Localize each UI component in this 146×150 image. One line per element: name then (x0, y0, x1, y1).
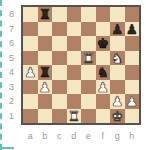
square-g5[interactable]: ♞ (110, 51, 125, 66)
square-f3[interactable]: ♟ (96, 80, 111, 95)
board-frame: ♜♟♟♚♜♞♟♜♞♟♟♟♟♜♚ (21, 5, 141, 125)
square-e6[interactable] (81, 36, 96, 51)
square-g3[interactable] (110, 80, 125, 95)
file-label-c: c (52, 129, 67, 142)
square-c6[interactable] (52, 36, 67, 51)
square-b1[interactable] (38, 109, 53, 124)
square-c3[interactable] (52, 80, 67, 95)
square-g7[interactable]: ♟ (110, 22, 125, 37)
square-a6[interactable] (23, 36, 38, 51)
square-c1[interactable] (52, 109, 67, 124)
square-h6[interactable] (125, 36, 140, 51)
square-h3[interactable] (125, 80, 140, 95)
square-a7[interactable] (23, 22, 38, 37)
square-f7[interactable] (96, 22, 111, 37)
square-b4[interactable]: ♜ (38, 65, 53, 80)
square-a1[interactable] (23, 109, 38, 124)
white-pawn-b3[interactable]: ♟ (39, 80, 51, 95)
square-f6[interactable]: ♚ (96, 36, 111, 51)
rank-label-3: 3 (5, 80, 18, 95)
square-g1[interactable]: ♚ (110, 109, 125, 124)
square-c2[interactable] (52, 94, 67, 109)
square-d7[interactable] (67, 22, 82, 37)
square-c7[interactable] (52, 22, 67, 37)
square-d8[interactable] (67, 7, 82, 22)
rank-label-7: 7 (5, 22, 18, 37)
black-rook-b8[interactable]: ♜ (39, 7, 51, 22)
white-pawn-f3[interactable]: ♟ (97, 80, 109, 95)
square-b5[interactable] (38, 51, 53, 66)
square-h1[interactable] (125, 109, 140, 124)
square-e3[interactable] (81, 80, 96, 95)
square-d4[interactable] (67, 65, 82, 80)
square-h2[interactable]: ♟ (125, 94, 140, 109)
snippet-left-border (0, 0, 2, 150)
white-pawn-g2[interactable]: ♟ (111, 94, 123, 109)
square-b6[interactable] (38, 36, 53, 51)
white-pawn-a4[interactable]: ♟ (24, 65, 36, 80)
board: ♜♟♟♚♜♞♟♜♞♟♟♟♟♜♚ (23, 7, 139, 123)
square-h8[interactable] (125, 7, 140, 22)
square-f2[interactable] (96, 94, 111, 109)
black-rook-b4[interactable]: ♜ (39, 65, 51, 80)
square-e7[interactable] (81, 22, 96, 37)
file-label-e: e (81, 129, 96, 142)
rank-label-4: 4 (5, 65, 18, 80)
square-f5[interactable] (96, 51, 111, 66)
rank-label-6: 6 (5, 36, 18, 51)
white-rook-e5[interactable]: ♜ (82, 51, 94, 66)
file-label-d: d (67, 129, 82, 142)
square-g4[interactable] (110, 65, 125, 80)
file-label-g: g (110, 129, 125, 142)
square-a5[interactable] (23, 51, 38, 66)
chess-diagram-page: { "game": "chess", "position": { "fen_pi… (0, 0, 146, 150)
square-f4[interactable]: ♞ (96, 65, 111, 80)
square-h4[interactable] (125, 65, 140, 80)
square-h5[interactable] (125, 51, 140, 66)
square-c8[interactable] (52, 7, 67, 22)
rank-label-8: 8 (5, 7, 18, 22)
black-pawn-h7[interactable]: ♟ (126, 22, 138, 37)
black-pawn-g7[interactable]: ♟ (111, 22, 123, 37)
square-f8[interactable] (96, 7, 111, 22)
white-king-g1[interactable]: ♚ (111, 109, 123, 124)
black-knight-f4[interactable]: ♞ (97, 65, 109, 80)
square-a4[interactable]: ♟ (23, 65, 38, 80)
square-a2[interactable] (23, 94, 38, 109)
white-rook-d1[interactable]: ♜ (68, 109, 80, 124)
square-e4[interactable] (81, 65, 96, 80)
square-d6[interactable] (67, 36, 82, 51)
square-b2[interactable] (38, 94, 53, 109)
square-h7[interactable]: ♟ (125, 22, 140, 37)
square-b7[interactable] (38, 22, 53, 37)
square-d5[interactable] (67, 51, 82, 66)
file-label-b: b (38, 129, 53, 142)
white-pawn-h2[interactable]: ♟ (126, 94, 138, 109)
black-king-f6[interactable]: ♚ (97, 36, 109, 51)
file-labels: abcdefgh (23, 129, 139, 142)
rank-label-1: 1 (5, 109, 18, 124)
square-c5[interactable] (52, 51, 67, 66)
square-e5[interactable]: ♜ (81, 51, 96, 66)
square-e8[interactable] (81, 7, 96, 22)
file-label-a: a (23, 129, 38, 142)
file-label-f: f (96, 129, 111, 142)
white-knight-g5[interactable]: ♞ (111, 51, 123, 66)
square-a8[interactable] (23, 7, 38, 22)
square-f1[interactable] (96, 109, 111, 124)
square-g8[interactable] (110, 7, 125, 22)
square-d3[interactable] (67, 80, 82, 95)
square-b8[interactable]: ♜ (38, 7, 53, 22)
square-a3[interactable] (23, 80, 38, 95)
square-d1[interactable]: ♜ (67, 109, 82, 124)
square-e1[interactable] (81, 109, 96, 124)
square-b3[interactable]: ♟ (38, 80, 53, 95)
rank-labels: 87654321 (5, 7, 18, 123)
rank-label-2: 2 (5, 94, 18, 109)
snippet-bottom-border (2, 147, 14, 149)
file-label-h: h (125, 129, 140, 142)
square-c4[interactable] (52, 65, 67, 80)
rank-label-5: 5 (5, 51, 18, 66)
square-d2[interactable] (67, 94, 82, 109)
square-e2[interactable] (81, 94, 96, 109)
square-g6[interactable] (110, 36, 125, 51)
square-g2[interactable]: ♟ (110, 94, 125, 109)
